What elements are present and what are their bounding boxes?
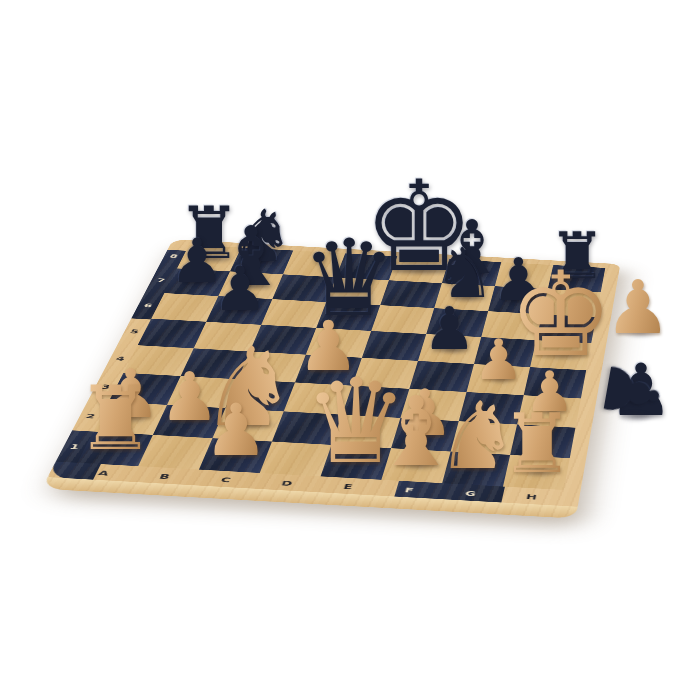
piece-white-pawn-g4[interactable]: ♟ [472, 332, 525, 388]
piece-white-rook-h1[interactable]: ♜ [498, 403, 576, 485]
chess-photo-stage: ABCDEFGH12345678 ♜♞♚♝♜♟♝♞♟♟♛♟♟♚♟♟♟♟♟♟♟♞♟… [0, 0, 700, 700]
piece-black-pawn-b6[interactable]: ♟ [211, 258, 269, 319]
piece-black-pawn-f5[interactable]: ♟ [422, 299, 477, 358]
piece-white-rook-a1[interactable]: ♜ [74, 375, 157, 463]
captured-piece-black-pawn[interactable]: ♟ [591, 352, 674, 431]
piece-white-pawn-c1[interactable]: ♟ [202, 394, 270, 466]
